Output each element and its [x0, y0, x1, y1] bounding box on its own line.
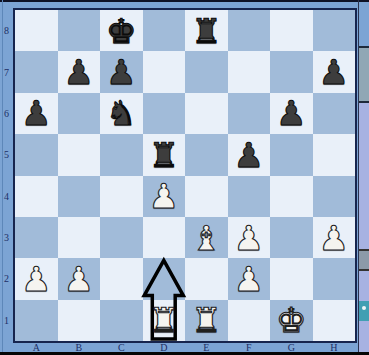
square-b3[interactable]	[58, 217, 101, 258]
square-f6[interactable]	[228, 93, 271, 134]
square-f1[interactable]	[228, 300, 271, 341]
square-f7[interactable]	[228, 51, 271, 92]
side-panel-segment-8	[359, 271, 369, 301]
rank-labels: 87654321	[0, 10, 13, 341]
square-b2[interactable]: ♟	[58, 258, 101, 299]
square-h1[interactable]	[313, 300, 356, 341]
square-a4[interactable]	[15, 176, 58, 217]
piece-black-p-g6[interactable]: ♟	[270, 93, 313, 134]
square-h7[interactable]: ♟	[313, 51, 356, 92]
rank-label-4: 4	[0, 176, 13, 217]
square-h4[interactable]	[313, 176, 356, 217]
piece-black-k-c8[interactable]: ♚	[100, 10, 143, 51]
top-border-line	[0, 0, 369, 2]
side-panel-segment-2	[359, 48, 369, 101]
square-b6[interactable]	[58, 93, 101, 134]
square-g3[interactable]	[270, 217, 313, 258]
square-e7[interactable]	[185, 51, 228, 92]
square-e1[interactable]: ♜	[185, 300, 228, 341]
board-grid: ♚♜♟♟♟♟♞♟♜♟♟♝♟♟♟♟♟♜♜♚	[15, 10, 355, 341]
rank-label-8: 8	[0, 10, 13, 51]
rank-label-3: 3	[0, 217, 13, 258]
square-g8[interactable]	[270, 10, 313, 51]
rank-label-6: 6	[0, 93, 13, 134]
square-b7[interactable]: ♟	[58, 51, 101, 92]
chess-board: ♚♜♟♟♟♟♞♟♜♟♟♝♟♟♟♟♟♜♜♚	[13, 8, 357, 343]
square-b4[interactable]	[58, 176, 101, 217]
square-c1[interactable]	[100, 300, 143, 341]
square-b5[interactable]	[58, 134, 101, 175]
square-a8[interactable]	[15, 10, 58, 51]
square-f3[interactable]: ♟	[228, 217, 271, 258]
piece-white-r-e1[interactable]: ♜	[185, 300, 228, 341]
piece-white-r-d1[interactable]: ♜	[143, 300, 186, 341]
square-f4[interactable]	[228, 176, 271, 217]
square-b1[interactable]	[58, 300, 101, 341]
square-c4[interactable]	[100, 176, 143, 217]
square-a5[interactable]	[15, 134, 58, 175]
square-d7[interactable]	[143, 51, 186, 92]
square-g2[interactable]	[270, 258, 313, 299]
square-a6[interactable]: ♟	[15, 93, 58, 134]
square-f8[interactable]	[228, 10, 271, 51]
square-d4[interactable]: ♟	[143, 176, 186, 217]
piece-white-p-f3[interactable]: ♟	[228, 217, 271, 258]
piece-black-p-h7[interactable]: ♟	[313, 51, 356, 92]
square-e2[interactable]	[185, 258, 228, 299]
side-panel-segment-6	[359, 251, 369, 269]
square-f5[interactable]: ♟	[228, 134, 271, 175]
piece-black-p-a6[interactable]: ♟	[15, 93, 58, 134]
piece-white-p-b2[interactable]: ♟	[58, 258, 101, 299]
square-h2[interactable]	[313, 258, 356, 299]
piece-white-p-h3[interactable]: ♟	[313, 217, 356, 258]
square-c5[interactable]	[100, 134, 143, 175]
piece-white-p-d4[interactable]: ♟	[143, 176, 186, 217]
square-d5[interactable]: ♜	[143, 134, 186, 175]
piece-white-b-e3[interactable]: ♝	[185, 217, 228, 258]
square-h6[interactable]	[313, 93, 356, 134]
square-g5[interactable]	[270, 134, 313, 175]
square-g4[interactable]	[270, 176, 313, 217]
side-panel-segment-0	[359, 2, 369, 46]
square-d2[interactable]	[143, 258, 186, 299]
square-e3[interactable]: ♝	[185, 217, 228, 258]
square-h8[interactable]	[313, 10, 356, 51]
square-d6[interactable]	[143, 93, 186, 134]
square-c6[interactable]: ♞	[100, 93, 143, 134]
square-d8[interactable]	[143, 10, 186, 51]
square-d1[interactable]: ♜	[143, 300, 186, 341]
square-e5[interactable]	[185, 134, 228, 175]
square-a1[interactable]	[15, 300, 58, 341]
piece-black-r-d5[interactable]: ♜	[143, 134, 186, 175]
square-c7[interactable]: ♟	[100, 51, 143, 92]
piece-white-k-g1[interactable]: ♚	[270, 300, 313, 341]
square-g6[interactable]: ♟	[270, 93, 313, 134]
square-h5[interactable]	[313, 134, 356, 175]
square-e6[interactable]	[185, 93, 228, 134]
square-d3[interactable]	[143, 217, 186, 258]
square-a3[interactable]	[15, 217, 58, 258]
piece-black-r-e8[interactable]: ♜	[185, 10, 228, 51]
square-c8[interactable]: ♚	[100, 10, 143, 51]
side-panel-segment-4	[359, 103, 369, 249]
square-c2[interactable]	[100, 258, 143, 299]
rank-label-7: 7	[0, 51, 13, 92]
piece-black-p-f5[interactable]: ♟	[228, 134, 271, 175]
rank-label-5: 5	[0, 134, 13, 175]
piece-black-p-b7[interactable]: ♟	[58, 51, 101, 92]
rank-label-1: 1	[0, 300, 13, 341]
piece-black-p-c7[interactable]: ♟	[100, 51, 143, 92]
square-g1[interactable]: ♚	[270, 300, 313, 341]
side-panel-segment-10	[359, 321, 369, 352]
piece-white-p-a2[interactable]: ♟	[15, 258, 58, 299]
square-b8[interactable]	[58, 10, 101, 51]
square-c3[interactable]	[100, 217, 143, 258]
square-a2[interactable]: ♟	[15, 258, 58, 299]
square-h3[interactable]: ♟	[313, 217, 356, 258]
square-e4[interactable]	[185, 176, 228, 217]
square-e8[interactable]: ♜	[185, 10, 228, 51]
piece-black-n-c6[interactable]: ♞	[100, 93, 143, 134]
side-panel-edge	[358, 0, 369, 355]
rank-label-2: 2	[0, 258, 13, 299]
side-panel-dot	[362, 306, 366, 310]
square-a7[interactable]	[15, 51, 58, 92]
side-panel-segment-9	[359, 301, 369, 321]
square-g7[interactable]	[270, 51, 313, 92]
piece-white-p-f2[interactable]: ♟	[228, 258, 271, 299]
square-f2[interactable]: ♟	[228, 258, 271, 299]
